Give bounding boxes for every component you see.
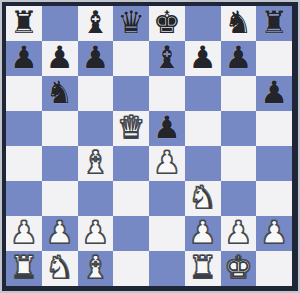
square-f2[interactable]: ♟ — [185, 216, 221, 251]
piece-black-pawn: ♟ — [153, 112, 181, 143]
square-b6[interactable]: ♞ — [42, 76, 78, 111]
square-g2[interactable]: ♟ — [221, 216, 257, 251]
square-f4[interactable] — [185, 146, 221, 181]
square-e5[interactable]: ♟ — [149, 111, 185, 146]
square-h2[interactable]: ♟ — [256, 216, 292, 251]
square-f1[interactable]: ♜ — [185, 251, 221, 286]
square-c2[interactable]: ♟ — [78, 216, 114, 251]
square-a1[interactable]: ♜ — [6, 251, 42, 286]
square-f7[interactable]: ♟ — [185, 41, 221, 76]
piece-black-rook: ♜ — [10, 7, 38, 38]
square-d1[interactable] — [113, 251, 149, 286]
square-b5[interactable] — [42, 111, 78, 146]
square-c6[interactable] — [78, 76, 114, 111]
piece-black-pawn: ♟ — [46, 42, 74, 73]
square-d5[interactable]: ♛ — [113, 111, 149, 146]
piece-white-pawn: ♟ — [10, 217, 38, 248]
square-f3[interactable]: ♞ — [185, 181, 221, 216]
square-e7[interactable]: ♝ — [149, 41, 185, 76]
square-c5[interactable] — [78, 111, 114, 146]
piece-white-knight: ♞ — [189, 182, 217, 213]
square-h1[interactable] — [256, 251, 292, 286]
square-h3[interactable] — [256, 181, 292, 216]
square-f5[interactable] — [185, 111, 221, 146]
square-f6[interactable] — [185, 76, 221, 111]
piece-black-pawn: ♟ — [260, 77, 288, 108]
square-d6[interactable] — [113, 76, 149, 111]
square-c7[interactable]: ♟ — [78, 41, 114, 76]
square-e2[interactable] — [149, 216, 185, 251]
square-g6[interactable] — [221, 76, 257, 111]
square-c1[interactable]: ♝ — [78, 251, 114, 286]
piece-white-bishop: ♝ — [81, 147, 109, 178]
square-a8[interactable]: ♜ — [6, 6, 42, 41]
piece-black-knight: ♞ — [224, 7, 252, 38]
square-b7[interactable]: ♟ — [42, 41, 78, 76]
square-a3[interactable] — [6, 181, 42, 216]
square-c4[interactable]: ♝ — [78, 146, 114, 181]
piece-black-queen: ♛ — [117, 7, 145, 38]
square-a5[interactable] — [6, 111, 42, 146]
square-d4[interactable] — [113, 146, 149, 181]
square-d3[interactable] — [113, 181, 149, 216]
piece-black-bishop: ♝ — [153, 42, 181, 73]
square-c3[interactable] — [78, 181, 114, 216]
piece-white-queen: ♛ — [117, 112, 145, 143]
square-g3[interactable] — [221, 181, 257, 216]
square-h6[interactable]: ♟ — [256, 76, 292, 111]
square-c8[interactable]: ♝ — [78, 6, 114, 41]
piece-black-knight: ♞ — [46, 77, 74, 108]
piece-white-rook: ♜ — [189, 252, 217, 283]
square-a6[interactable] — [6, 76, 42, 111]
square-b2[interactable]: ♟ — [42, 216, 78, 251]
piece-black-pawn: ♟ — [189, 42, 217, 73]
square-e4[interactable]: ♟ — [149, 146, 185, 181]
piece-black-pawn: ♟ — [81, 42, 109, 73]
chessboard-frame: ♜♝♛♚♞♜♟♟♟♝♟♟♞♟♛♟♝♟♞♟♟♟♟♟♟♜♞♝♜♚ — [0, 0, 300, 293]
square-b4[interactable] — [42, 146, 78, 181]
piece-white-rook: ♜ — [10, 252, 38, 283]
piece-black-pawn: ♟ — [10, 42, 38, 73]
piece-black-bishop: ♝ — [81, 7, 109, 38]
square-e8[interactable]: ♚ — [149, 6, 185, 41]
chessboard: ♜♝♛♚♞♜♟♟♟♝♟♟♞♟♛♟♝♟♞♟♟♟♟♟♟♜♞♝♜♚ — [6, 6, 292, 286]
square-d7[interactable] — [113, 41, 149, 76]
square-e6[interactable] — [149, 76, 185, 111]
piece-black-pawn: ♟ — [224, 42, 252, 73]
piece-white-king: ♚ — [224, 252, 252, 283]
square-a7[interactable]: ♟ — [6, 41, 42, 76]
piece-white-pawn: ♟ — [153, 147, 181, 178]
square-h4[interactable] — [256, 146, 292, 181]
square-h7[interactable] — [256, 41, 292, 76]
square-g7[interactable]: ♟ — [221, 41, 257, 76]
square-g5[interactable] — [221, 111, 257, 146]
piece-white-knight: ♞ — [46, 252, 74, 283]
square-h8[interactable]: ♜ — [256, 6, 292, 41]
square-a4[interactable] — [6, 146, 42, 181]
square-f8[interactable] — [185, 6, 221, 41]
piece-black-rook: ♜ — [260, 7, 288, 38]
square-e3[interactable] — [149, 181, 185, 216]
square-b8[interactable] — [42, 6, 78, 41]
square-g4[interactable] — [221, 146, 257, 181]
square-e1[interactable] — [149, 251, 185, 286]
square-d8[interactable]: ♛ — [113, 6, 149, 41]
square-b1[interactable]: ♞ — [42, 251, 78, 286]
piece-black-king: ♚ — [153, 7, 181, 38]
square-h5[interactable] — [256, 111, 292, 146]
piece-white-bishop: ♝ — [81, 252, 109, 283]
piece-white-pawn: ♟ — [260, 217, 288, 248]
square-b3[interactable] — [42, 181, 78, 216]
piece-white-pawn: ♟ — [81, 217, 109, 248]
piece-white-pawn: ♟ — [46, 217, 74, 248]
square-g8[interactable]: ♞ — [221, 6, 257, 41]
square-d2[interactable] — [113, 216, 149, 251]
piece-white-pawn: ♟ — [189, 217, 217, 248]
square-a2[interactable]: ♟ — [6, 216, 42, 251]
piece-white-pawn: ♟ — [224, 217, 252, 248]
square-g1[interactable]: ♚ — [221, 251, 257, 286]
